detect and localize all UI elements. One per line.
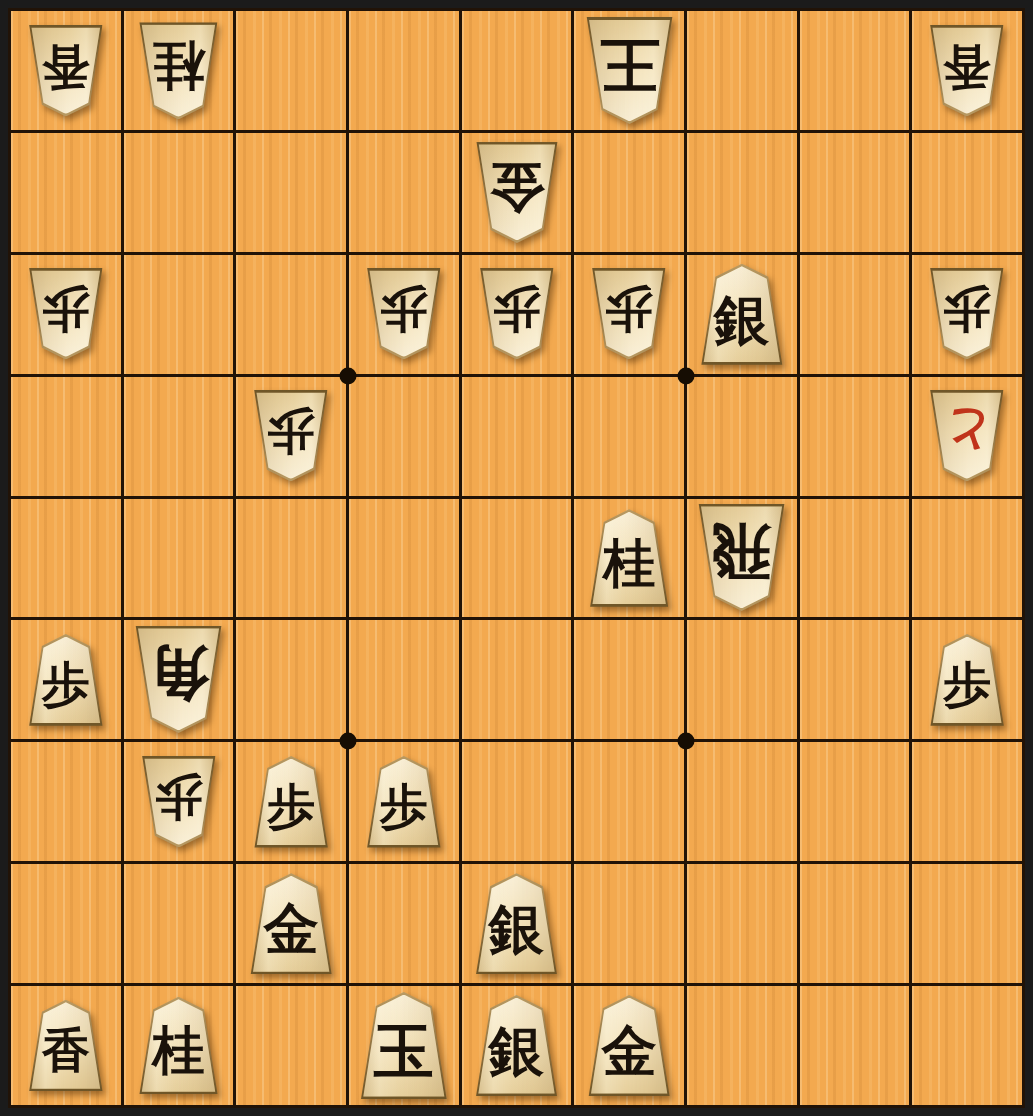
piece-kanji: 金: [585, 995, 673, 1096]
square-39[interactable]: [687, 986, 797, 1105]
square-96[interactable]: 歩: [11, 620, 121, 739]
piece-shape: 王: [583, 17, 676, 124]
piece-kanji: 桂: [587, 509, 672, 606]
square-76[interactable]: [236, 620, 346, 739]
piece-kanji: 歩: [26, 634, 106, 726]
square-68[interactable]: [349, 864, 459, 983]
piece-kanji: 歩: [364, 756, 444, 848]
square-99[interactable]: 香: [11, 986, 121, 1105]
piece-lance-gote-91[interactable]: 香: [26, 25, 106, 117]
square-48[interactable]: [574, 864, 684, 983]
piece-silver-sente-58[interactable]: 銀: [473, 873, 561, 974]
piece-shape: 歩: [589, 268, 669, 360]
square-32[interactable]: [687, 133, 797, 252]
square-55[interactable]: [462, 499, 572, 618]
piece-shape: 銀: [473, 995, 561, 1096]
piece-kanji: 銀: [698, 264, 786, 365]
square-77[interactable]: 歩: [236, 742, 346, 861]
square-25[interactable]: [800, 499, 910, 618]
piece-shape: 歩: [364, 268, 444, 360]
square-31[interactable]: [687, 11, 797, 130]
square-43[interactable]: 歩: [574, 255, 684, 374]
piece-kanji: 歩: [927, 634, 1007, 726]
piece-shape: 歩: [927, 268, 1007, 360]
square-12[interactable]: [912, 133, 1022, 252]
piece-shape: 香: [927, 25, 1007, 117]
square-18[interactable]: [912, 864, 1022, 983]
piece-shape: 銀: [698, 264, 786, 365]
piece-shape: 歩: [477, 268, 557, 360]
square-27[interactable]: [800, 742, 910, 861]
piece-kanji: 飛: [695, 504, 788, 611]
square-69[interactable]: 玉: [349, 986, 459, 1105]
piece-kanji: 歩: [139, 756, 219, 848]
piece-shape: 角: [132, 626, 225, 733]
square-28[interactable]: [800, 864, 910, 983]
square-65[interactable]: [349, 499, 459, 618]
piece-kanji: 王: [583, 17, 676, 124]
square-46[interactable]: [574, 620, 684, 739]
square-97[interactable]: [11, 742, 121, 861]
star-point: [339, 732, 356, 749]
square-95[interactable]: [11, 499, 121, 618]
square-91[interactable]: 香: [11, 11, 121, 130]
piece-pawn-sente-77[interactable]: 歩: [251, 756, 331, 848]
square-52[interactable]: 金: [462, 133, 572, 252]
square-94[interactable]: [11, 377, 121, 496]
square-44[interactable]: [574, 377, 684, 496]
square-14[interactable]: と: [912, 377, 1022, 496]
piece-silver-sente-33[interactable]: 銀: [698, 264, 786, 365]
square-16[interactable]: 歩: [912, 620, 1022, 739]
square-93[interactable]: 歩: [11, 255, 121, 374]
square-19[interactable]: [912, 986, 1022, 1105]
piece-shape: 歩: [251, 756, 331, 848]
square-22[interactable]: [800, 133, 910, 252]
piece-king-sente-69[interactable]: 玉: [357, 992, 450, 1099]
square-64[interactable]: [349, 377, 459, 496]
piece-silver-sente-59[interactable]: 銀: [473, 995, 561, 1096]
piece-shape: 香: [26, 25, 106, 117]
piece-kanji: 桂: [136, 997, 221, 1094]
piece-shape: 歩: [364, 756, 444, 848]
shogi-board: 香桂王香金歩歩歩歩銀歩歩と桂飛歩角歩歩歩歩金銀香桂玉銀金: [8, 8, 1025, 1108]
piece-lance-sente-99[interactable]: 香: [26, 1000, 106, 1092]
piece-kanji: 香: [927, 25, 1007, 117]
square-35[interactable]: 飛: [687, 499, 797, 618]
square-24[interactable]: [800, 377, 910, 496]
square-75[interactable]: [236, 499, 346, 618]
square-56[interactable]: [462, 620, 572, 739]
square-89[interactable]: 桂: [124, 986, 234, 1105]
square-71[interactable]: [236, 11, 346, 130]
square-41[interactable]: 王: [574, 11, 684, 130]
piece-pawn-sente-96[interactable]: 歩: [26, 634, 106, 726]
piece-kanji: 香: [26, 25, 106, 117]
piece-kanji: 香: [26, 1000, 106, 1092]
square-13[interactable]: 歩: [912, 255, 1022, 374]
piece-shape: 歩: [26, 634, 106, 726]
piece-shape: 香: [26, 1000, 106, 1092]
square-88[interactable]: [124, 864, 234, 983]
piece-pawn-gote-74[interactable]: 歩: [251, 390, 331, 482]
square-57[interactable]: [462, 742, 572, 861]
square-49[interactable]: 金: [574, 986, 684, 1105]
square-98[interactable]: [11, 864, 121, 983]
piece-gold-sente-49[interactable]: 金: [585, 995, 673, 1096]
square-61[interactable]: [349, 11, 459, 130]
piece-kanji: 歩: [26, 268, 106, 360]
star-point: [339, 367, 356, 384]
piece-pawn-gote-13[interactable]: 歩: [927, 268, 1007, 360]
square-84[interactable]: [124, 377, 234, 496]
piece-kanji: 歩: [251, 756, 331, 848]
piece-shape: 桂: [587, 509, 672, 606]
square-34[interactable]: [687, 377, 797, 496]
piece-shape: と: [927, 390, 1007, 482]
piece-pawn-sente-16[interactable]: 歩: [927, 634, 1007, 726]
piece-gold-gote-52[interactable]: 金: [473, 142, 561, 243]
piece-knight-sente-89[interactable]: 桂: [136, 997, 221, 1094]
square-23[interactable]: [800, 255, 910, 374]
square-54[interactable]: [462, 377, 572, 496]
piece-kanji: 金: [247, 873, 335, 974]
square-74[interactable]: 歩: [236, 377, 346, 496]
square-83[interactable]: [124, 255, 234, 374]
square-26[interactable]: [800, 620, 910, 739]
square-73[interactable]: [236, 255, 346, 374]
piece-shape: 金: [247, 873, 335, 974]
piece-pawn-gote-53[interactable]: 歩: [477, 268, 557, 360]
square-21[interactable]: [800, 11, 910, 130]
square-53[interactable]: 歩: [462, 255, 572, 374]
square-59[interactable]: 銀: [462, 986, 572, 1105]
square-78[interactable]: 金: [236, 864, 346, 983]
square-45[interactable]: 桂: [574, 499, 684, 618]
piece-kanji: 歩: [927, 268, 1007, 360]
piece-kanji: 歩: [477, 268, 557, 360]
piece-knight-gote-81[interactable]: 桂: [136, 22, 221, 119]
piece-shape: 飛: [695, 504, 788, 611]
piece-knight-sente-45[interactable]: 桂: [587, 509, 672, 606]
piece-shape: 歩: [927, 634, 1007, 726]
piece-shape: 金: [585, 995, 673, 1096]
square-29[interactable]: [800, 986, 910, 1105]
square-81[interactable]: 桂: [124, 11, 234, 130]
square-36[interactable]: [687, 620, 797, 739]
piece-shape: 玉: [357, 992, 450, 1099]
piece-kanji: 銀: [473, 873, 561, 974]
piece-pawn-gote-63[interactable]: 歩: [364, 268, 444, 360]
piece-pawn-gote-43[interactable]: 歩: [589, 268, 669, 360]
piece-bishop-gote-86[interactable]: 角: [132, 626, 225, 733]
piece-kanji: 銀: [473, 995, 561, 1096]
piece-lance-gote-11[interactable]: 香: [927, 25, 1007, 117]
star-point: [677, 732, 694, 749]
piece-gold-sente-78[interactable]: 金: [247, 873, 335, 974]
square-51[interactable]: [462, 11, 572, 130]
piece-shape: 歩: [26, 268, 106, 360]
piece-rook-gote-35[interactable]: 飛: [695, 504, 788, 611]
square-47[interactable]: [574, 742, 684, 861]
piece-pawn-gote-93[interactable]: 歩: [26, 268, 106, 360]
square-62[interactable]: [349, 133, 459, 252]
piece-shape: 歩: [139, 756, 219, 848]
square-66[interactable]: [349, 620, 459, 739]
piece-kanji: と: [927, 390, 1007, 482]
square-87[interactable]: 歩: [124, 742, 234, 861]
piece-pawn-gote-87[interactable]: 歩: [139, 756, 219, 848]
square-72[interactable]: [236, 133, 346, 252]
piece-kanji: 金: [473, 142, 561, 243]
piece-shape: 桂: [136, 997, 221, 1094]
piece-kanji: 歩: [589, 268, 669, 360]
piece-kanji: 玉: [357, 992, 450, 1099]
square-79[interactable]: [236, 986, 346, 1105]
piece-shape: 歩: [251, 390, 331, 482]
square-63[interactable]: 歩: [349, 255, 459, 374]
star-point: [677, 367, 694, 384]
square-42[interactable]: [574, 133, 684, 252]
square-15[interactable]: [912, 499, 1022, 618]
square-82[interactable]: [124, 133, 234, 252]
shogi-app-window: 香桂王香金歩歩歩歩銀歩歩と桂飛歩角歩歩歩歩金銀香桂玉銀金: [0, 0, 1033, 1116]
square-67[interactable]: 歩: [349, 742, 459, 861]
piece-kanji: 歩: [251, 390, 331, 482]
square-92[interactable]: [11, 133, 121, 252]
square-33[interactable]: 銀: [687, 255, 797, 374]
piece-king-gote-41[interactable]: 王: [583, 17, 676, 124]
square-58[interactable]: 銀: [462, 864, 572, 983]
square-86[interactable]: 角: [124, 620, 234, 739]
piece-shape: 金: [473, 142, 561, 243]
piece-shape: 銀: [473, 873, 561, 974]
square-38[interactable]: [687, 864, 797, 983]
square-85[interactable]: [124, 499, 234, 618]
square-37[interactable]: [687, 742, 797, 861]
square-11[interactable]: 香: [912, 11, 1022, 130]
piece-kanji: 角: [132, 626, 225, 733]
piece-shape: 桂: [136, 22, 221, 119]
piece-pawn-sente-67[interactable]: 歩: [364, 756, 444, 848]
square-17[interactable]: [912, 742, 1022, 861]
piece-kanji: 桂: [136, 22, 221, 119]
piece-tokin-gote-14[interactable]: と: [927, 390, 1007, 482]
piece-kanji: 歩: [364, 268, 444, 360]
